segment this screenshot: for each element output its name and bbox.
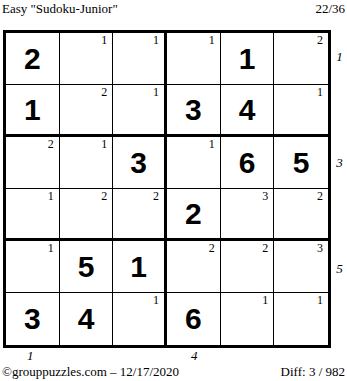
given-digit: 1 (221, 33, 274, 84)
given-digit: 5 (274, 137, 328, 188)
col-label-6 (276, 349, 331, 364)
cell-r6c1[interactable]: 3 (6, 293, 60, 345)
pencil-mark: 2 (101, 189, 107, 203)
pencil-mark: 1 (153, 33, 159, 47)
cell-r1c6[interactable]: 2 (274, 33, 328, 85)
pencil-mark: 2 (48, 137, 54, 151)
row-labels: 135 (333, 30, 346, 348)
cell-r5c4[interactable]: 2 (167, 241, 221, 293)
cell-r6c6[interactable]: 1 (274, 293, 328, 345)
cell-r5c1[interactable]: 1 (6, 241, 60, 293)
cell-r1c1[interactable]: 2 (6, 33, 60, 85)
cell-r4c3[interactable]: 2 (113, 189, 167, 241)
given-digit: 6 (167, 293, 220, 345)
pencil-mark: 2 (317, 189, 323, 203)
pencil-mark: 3 (317, 241, 323, 255)
cell-r4c6[interactable]: 2 (274, 189, 328, 241)
cell-r2c5[interactable]: 4 (221, 85, 275, 137)
given-digit: 2 (6, 33, 59, 84)
given-digit: 3 (113, 137, 164, 188)
pencil-mark: 1 (153, 293, 159, 307)
pencil-mark: 1 (262, 293, 268, 307)
cell-r6c5[interactable]: 1 (221, 293, 275, 345)
col-label-5 (222, 349, 277, 364)
puzzle-counter: 22/36 (315, 1, 345, 16)
cell-r3c4[interactable]: 1 (167, 137, 221, 189)
cell-r2c4[interactable]: 3 (167, 85, 221, 137)
header: Easy "Sudoku-Junior" 22/36 (2, 1, 345, 16)
cell-r2c1[interactable]: 1 (6, 85, 60, 137)
pencil-mark: 1 (48, 241, 54, 255)
col-label-4: 4 (167, 349, 222, 364)
cell-r4c2[interactable]: 2 (60, 189, 114, 241)
cell-r3c6[interactable]: 5 (274, 137, 328, 189)
row-label-1: 1 (333, 30, 346, 83)
pencil-mark: 1 (209, 33, 215, 47)
cell-r4c4[interactable]: 2 (167, 189, 221, 241)
footer: ©grouppuzzles.com – 12/17/2020 Diff: 3 /… (2, 364, 345, 379)
difficulty-text: Diff: 3 / 982 (281, 364, 345, 379)
pencil-mark: 2 (209, 241, 215, 255)
cell-r1c5[interactable]: 1 (221, 33, 275, 85)
given-digit: 3 (6, 293, 59, 345)
given-digit: 4 (221, 85, 274, 134)
cell-r3c1[interactable]: 2 (6, 137, 60, 189)
col-label-2 (58, 349, 113, 364)
given-digit: 4 (60, 293, 113, 345)
cell-r1c2[interactable]: 1 (60, 33, 114, 85)
cell-r6c4[interactable]: 6 (167, 293, 221, 345)
pencil-mark: 1 (209, 137, 215, 151)
cell-r2c6[interactable]: 1 (274, 85, 328, 137)
cell-r3c5[interactable]: 6 (221, 137, 275, 189)
cell-r3c3[interactable]: 3 (113, 137, 167, 189)
given-digit: 5 (60, 241, 113, 292)
cell-r1c3[interactable]: 1 (113, 33, 167, 85)
pencil-mark: 1 (317, 293, 323, 307)
col-labels: 14 (3, 349, 331, 364)
row-label-3: 3 (333, 136, 346, 189)
cell-r4c1[interactable]: 1 (6, 189, 60, 241)
pencil-mark: 1 (48, 189, 54, 203)
pencil-mark: 1 (101, 137, 107, 151)
cell-r5c6[interactable]: 3 (274, 241, 328, 293)
cell-r4c5[interactable]: 3 (221, 189, 275, 241)
sudoku-board: 211112121341213165122232151223341611 (3, 30, 331, 348)
col-label-1: 1 (3, 349, 58, 364)
given-digit: 2 (167, 189, 220, 238)
pencil-mark: 1 (153, 85, 159, 99)
row-label-4 (333, 189, 346, 242)
cell-r2c3[interactable]: 1 (113, 85, 167, 137)
pencil-mark: 2 (153, 189, 159, 203)
cell-r5c3[interactable]: 1 (113, 241, 167, 293)
pencil-mark: 2 (262, 241, 268, 255)
puzzle-title: Easy "Sudoku-Junior" (2, 1, 118, 16)
cell-r6c2[interactable]: 4 (60, 293, 114, 345)
pencil-mark: 1 (317, 85, 323, 99)
pencil-mark: 1 (101, 33, 107, 47)
col-label-3 (112, 349, 167, 364)
copyright-text: ©grouppuzzles.com – 12/17/2020 (2, 364, 179, 379)
given-digit: 6 (221, 137, 274, 188)
cell-r5c5[interactable]: 2 (221, 241, 275, 293)
cell-r5c2[interactable]: 5 (60, 241, 114, 293)
row-label-6 (333, 295, 346, 348)
cell-r1c4[interactable]: 1 (167, 33, 221, 85)
pencil-mark: 2 (317, 33, 323, 47)
row-label-5: 5 (333, 242, 346, 295)
given-digit: 3 (167, 85, 220, 134)
pencil-mark: 2 (101, 85, 107, 99)
given-digit: 1 (6, 85, 59, 134)
pencil-mark: 3 (262, 189, 268, 203)
row-label-2 (333, 83, 346, 136)
cell-r6c3[interactable]: 1 (113, 293, 167, 345)
cell-r2c2[interactable]: 2 (60, 85, 114, 137)
given-digit: 1 (113, 241, 164, 292)
cell-r3c2[interactable]: 1 (60, 137, 114, 189)
